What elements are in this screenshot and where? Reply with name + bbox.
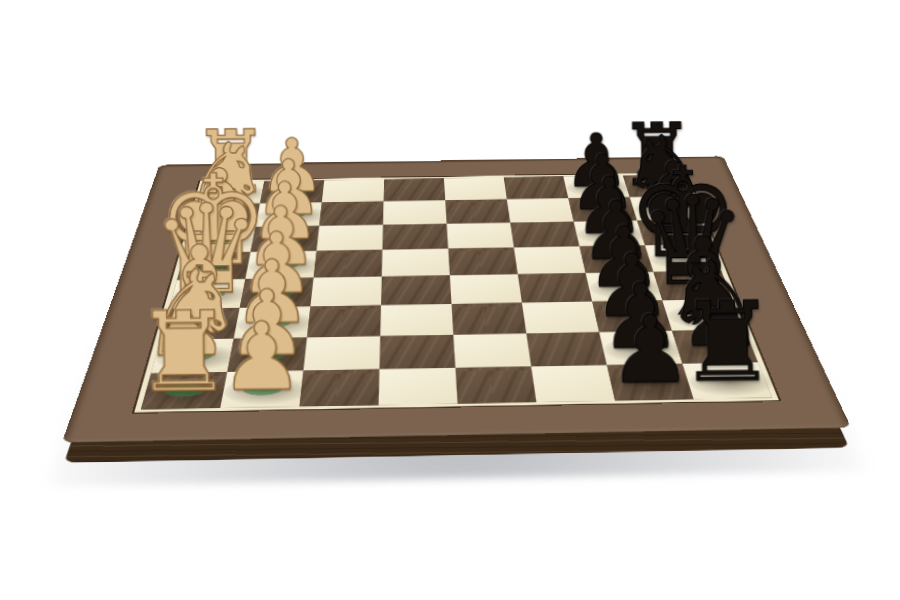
square-c5 [452, 303, 527, 335]
piece-shadow [582, 249, 664, 272]
piece-shadow [625, 177, 701, 196]
square-d2: ♟ [240, 278, 314, 308]
piece-shadow [576, 224, 655, 246]
squares-grid: ♜♟♟♜♞♟♟♞♝♟♟♝♚♟♟♚♛♟♟♛♝♟♟♝♞♟♟♞♜♟♟♜ [141, 174, 772, 409]
felt-base [196, 261, 232, 271]
square-f2: ♟ [251, 226, 320, 252]
square-g1: ♞ [192, 203, 261, 228]
square-d4 [381, 275, 451, 305]
square-c4 [380, 304, 453, 336]
piece-shadow [685, 367, 784, 398]
square-h2: ♟ [260, 180, 324, 203]
square-b5 [453, 333, 531, 367]
piece-shadow [257, 205, 332, 226]
square-g2: ♟ [255, 202, 321, 227]
square-g4 [383, 200, 447, 224]
chess-board: ♜♟♟♜♞♟♟♞♝♟♟♝♚♟♟♚♛♟♟♛♝♟♟♝♞♟♟♞♜♟♟♜ [62, 156, 852, 443]
board-inner-border: ♜♟♟♜♞♟♟♞♝♟♟♝♚♟♟♚♛♟♟♛♝♟♟♝♞♟♟♞♜♟♟♜ [134, 173, 779, 413]
square-b8: ♞ [672, 330, 758, 364]
square-e1: ♚ [177, 252, 251, 280]
square-e8: ♚ [645, 244, 721, 272]
square-c3 [307, 305, 381, 337]
piece-shadow [247, 254, 327, 277]
piece-white-pawn-e2: ♟ [244, 196, 317, 278]
felt-base [203, 235, 238, 244]
square-a8: ♜ [682, 362, 772, 399]
felt-base [189, 289, 226, 299]
square-f4 [382, 224, 448, 250]
piece-shadow [665, 303, 756, 330]
piece-white-pawn-f2: ♟ [249, 172, 320, 251]
piece-shadow [632, 199, 710, 219]
square-c8: ♝ [662, 299, 744, 331]
square-b3 [303, 336, 380, 371]
piece-black-pawn-e7: ♟ [580, 190, 653, 271]
piece-shadow [570, 200, 647, 220]
piece-shadow [640, 223, 721, 245]
piece-shadow [193, 206, 269, 227]
piece-black-pawn-h7: ♟ [563, 124, 629, 198]
square-g7: ♟ [568, 197, 637, 221]
felt-base [164, 384, 206, 397]
piece-black-knight-g8: ♞ [620, 123, 710, 223]
felt-base [269, 234, 303, 243]
square-a4 [379, 368, 458, 405]
square-d8: ♛ [653, 271, 732, 301]
square-h3 [322, 179, 384, 202]
square-h8: ♜ [623, 174, 691, 197]
piece-white-rook-h1: ♜ [192, 119, 270, 206]
square-e2: ♟ [245, 251, 316, 279]
square-a6 [531, 365, 615, 402]
piece-white-bishop-f1: ♝ [175, 156, 263, 254]
piece-shadow [565, 178, 639, 197]
piece-shadow [200, 184, 274, 203]
piece-shadow [647, 248, 731, 271]
square-c2: ♟ [234, 306, 311, 338]
piece-shadow [186, 230, 265, 252]
piece-black-rook-h8: ♜ [618, 112, 696, 198]
piece-white-king-e1: ♚ [157, 158, 270, 284]
piece-white-pawn-g2: ♟ [254, 150, 323, 226]
square-g6 [507, 198, 574, 222]
felt-base [277, 188, 309, 196]
square-g8: ♞ [630, 196, 701, 220]
square-e4 [382, 249, 450, 277]
square-f8: ♝ [637, 219, 710, 245]
piece-black-bishop-f8: ♝ [630, 149, 718, 247]
square-a5 [455, 366, 536, 403]
felt-base [264, 260, 299, 270]
square-a2: ♟ [220, 371, 303, 408]
square-h5 [444, 177, 507, 200]
square-h1: ♜ [198, 181, 264, 204]
felt-base [216, 189, 248, 197]
square-e7: ♟ [579, 245, 653, 273]
square-a7: ♟ [607, 364, 694, 401]
square-b7: ♟ [599, 331, 682, 365]
square-d1: ♛ [169, 279, 245, 309]
square-b2: ♟ [227, 337, 307, 372]
piece-shadow [656, 274, 743, 299]
square-b1: ♞ [151, 339, 234, 374]
piece-black-pawn-f7: ♟ [574, 167, 645, 246]
square-f5 [447, 223, 514, 249]
piece-shadow [179, 256, 261, 279]
piece-shadow [261, 183, 333, 202]
square-f7: ♟ [574, 221, 645, 247]
square-h6 [504, 176, 569, 199]
square-f3 [317, 225, 383, 251]
photo-stage: ♜♟♟♜♞♟♟♞♝♟♟♝♚♟♟♚♛♟♟♛♝♟♟♝♞♟♟♞♜♟♟♜ [0, 0, 900, 600]
square-h4 [384, 178, 446, 201]
square-e6 [514, 246, 586, 274]
square-c6 [522, 302, 599, 334]
square-d7: ♟ [586, 272, 663, 302]
piece-black-king-e8: ♚ [627, 151, 739, 276]
square-g5 [445, 199, 510, 223]
piece-black-pawn-g7: ♟ [568, 145, 636, 221]
square-c1: ♝ [160, 308, 239, 340]
square-c7: ♟ [592, 300, 672, 332]
square-d6 [518, 273, 592, 303]
square-g3 [319, 201, 383, 226]
perspective-scene: ♜♟♟♜♞♟♟♞♝♟♟♝♚♟♟♚♛♟♟♛♝♟♟♝♞♟♟♞♜♟♟♜ [0, 0, 900, 600]
felt-base [273, 210, 306, 219]
square-f1: ♝ [184, 227, 255, 253]
piece-white-knight-g1: ♞ [180, 129, 271, 230]
square-a1: ♜ [141, 372, 227, 409]
square-d5 [450, 274, 522, 304]
square-d3 [310, 277, 381, 307]
felt-base [254, 317, 292, 328]
piece-shadow [252, 229, 329, 251]
square-b6 [526, 332, 606, 366]
piece-white-pawn-h2: ♟ [259, 129, 326, 203]
square-b4 [379, 335, 455, 369]
square-e3 [314, 250, 383, 278]
square-e5 [448, 248, 518, 276]
square-a3 [299, 369, 379, 406]
felt-base [210, 211, 243, 220]
square-h7: ♟ [563, 175, 629, 198]
piece-shadow [675, 334, 769, 363]
square-f6 [510, 222, 579, 248]
